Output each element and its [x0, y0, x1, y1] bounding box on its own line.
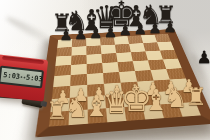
square-d1	[106, 107, 126, 122]
square-b1	[69, 110, 88, 126]
clock-display: 5:03 •• 5:03	[0, 66, 44, 89]
chess-clock: 5:03 •• 5:03	[0, 54, 48, 101]
chess-board	[45, 0, 193, 140]
square-c1	[88, 108, 108, 123]
stray-black-piece: ♟	[196, 49, 210, 66]
photo-scene: ♜♞♝♛♚♝♞♜♟♟♟♟♟♟♟♟♟♟♟♟♟♟♟♟♜♞♝♛♚♝♞♜ 5:03 ••…	[0, 0, 210, 140]
square-h1	[178, 102, 201, 117]
clock-left-time: 5:03	[3, 71, 21, 81]
square-a1	[49, 111, 69, 127]
board-grid	[49, 34, 201, 127]
board-frame	[35, 29, 210, 137]
clock-right-time: 5:03	[26, 74, 44, 84]
